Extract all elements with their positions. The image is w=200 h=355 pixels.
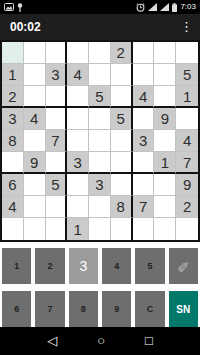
status-time: 7:03 — [180, 0, 196, 14]
sn-button[interactable]: SN — [169, 291, 198, 327]
cell-r7c8[interactable] — [154, 174, 176, 196]
key-8-button[interactable]: 8 — [69, 291, 98, 327]
cell-r9c8[interactable] — [154, 218, 176, 240]
sudoku-board: 213452541345987349317653948721 — [0, 40, 200, 242]
key-3-button[interactable]: 3 — [69, 248, 98, 284]
cell-r5c6[interactable] — [111, 130, 133, 152]
cell-r8c3[interactable] — [46, 196, 68, 218]
alarm-icon — [136, 3, 145, 12]
key-label: 8 — [81, 304, 86, 314]
back-icon[interactable]: ◁ — [47, 327, 57, 355]
cell-r5c7[interactable]: 3 — [133, 130, 155, 152]
cell-r3c8[interactable] — [154, 86, 176, 108]
cell-r1c8[interactable] — [154, 42, 176, 64]
cell-r3c3[interactable] — [46, 86, 68, 108]
cell-r1c2[interactable] — [24, 42, 46, 64]
cell-r1c1[interactable] — [2, 42, 24, 64]
cell-r6c6[interactable] — [111, 152, 133, 174]
cell-r5c1[interactable]: 8 — [2, 130, 24, 152]
cell-r4c1[interactable]: 3 — [2, 108, 24, 130]
cell-r3c7[interactable]: 4 — [133, 86, 155, 108]
cell-r7c7[interactable] — [133, 174, 155, 196]
cell-r9c3[interactable] — [46, 218, 68, 240]
cell-r6c1[interactable] — [2, 152, 24, 174]
cell-r3c1[interactable]: 2 — [2, 86, 24, 108]
cell-r6c5[interactable] — [89, 152, 111, 174]
key-label: 6 — [14, 304, 19, 314]
cell-r8c2[interactable] — [24, 196, 46, 218]
cell-r4c9[interactable] — [176, 108, 198, 130]
cell-r9c6[interactable] — [111, 218, 133, 240]
key-label: 7 — [47, 304, 52, 314]
key-label: 1 — [14, 261, 19, 271]
cell-r2c2[interactable] — [24, 64, 46, 86]
cell-r5c5[interactable] — [89, 130, 111, 152]
cell-r4c3[interactable] — [46, 108, 68, 130]
android-nav-bar: ◁ ○ □ — [0, 327, 200, 355]
cell-r5c8[interactable] — [154, 130, 176, 152]
game-timer: 00:02 — [10, 20, 41, 34]
cell-r2c9[interactable]: 5 — [176, 64, 198, 86]
key-label: C — [147, 304, 154, 314]
cell-r9c2[interactable] — [24, 218, 46, 240]
cell-r8c7[interactable]: 7 — [133, 196, 155, 218]
wifi-signal-icon — [148, 3, 157, 11]
key-label: 5 — [147, 261, 152, 271]
key-2-button[interactable]: 2 — [35, 248, 64, 284]
cell-r3c4[interactable] — [67, 86, 89, 108]
key-label: ✎ — [177, 257, 190, 275]
cell-r2c4[interactable]: 4 — [67, 64, 89, 86]
cell-r4c7[interactable] — [133, 108, 155, 130]
key-7-button[interactable]: 7 — [35, 291, 64, 327]
cell-r8c6[interactable]: 8 — [111, 196, 133, 218]
cell-r7c6[interactable] — [111, 174, 133, 196]
clear-button[interactable]: C — [135, 291, 164, 327]
number-keypad: 12345✎6789CSN — [0, 242, 200, 327]
cell-r5c9[interactable]: 4 — [176, 130, 198, 152]
cell-r2c7[interactable] — [133, 64, 155, 86]
cell-r5c2[interactable] — [24, 130, 46, 152]
cell-r7c1[interactable]: 6 — [2, 174, 24, 196]
action-bar: 00:02 ⋮ — [0, 14, 200, 40]
cell-r1c5[interactable] — [89, 42, 111, 64]
key-5-button[interactable]: 5 — [135, 248, 164, 284]
cell-r6c8[interactable]: 1 — [154, 152, 176, 174]
image-icon — [4, 3, 14, 11]
cell-r2c1[interactable]: 1 — [2, 64, 24, 86]
cell-r2c3[interactable]: 3 — [46, 64, 68, 86]
cell-r2c8[interactable] — [154, 64, 176, 86]
cell-r2c5[interactable] — [89, 64, 111, 86]
status-right-icons: 7:03 — [136, 0, 196, 14]
overflow-menu-icon[interactable]: ⋮ — [180, 14, 193, 40]
cell-r9c5[interactable] — [89, 218, 111, 240]
cell-r9c7[interactable] — [133, 218, 155, 240]
cell-r8c9[interactable]: 2 — [176, 196, 198, 218]
cell-r6c9[interactable]: 7 — [176, 152, 198, 174]
cell-r7c2[interactable] — [24, 174, 46, 196]
cell-r8c4[interactable] — [67, 196, 89, 218]
cell-r3c2[interactable] — [24, 86, 46, 108]
cell-r8c5[interactable] — [89, 196, 111, 218]
cell-r4c4[interactable] — [67, 108, 89, 130]
cell-r4c6[interactable]: 5 — [111, 108, 133, 130]
recents-icon[interactable]: □ — [145, 327, 153, 355]
cell-r5c3[interactable]: 7 — [46, 130, 68, 152]
cell-r9c4[interactable]: 1 — [67, 218, 89, 240]
pin-icon — [17, 3, 23, 12]
cell-r9c9[interactable] — [176, 218, 198, 240]
status-bar: 7:03 — [0, 0, 200, 14]
cell-r6c2[interactable]: 9 — [24, 152, 46, 174]
cell-r7c9[interactable]: 9 — [176, 174, 198, 196]
keypad-row: 12345✎ — [2, 248, 198, 284]
cell-r6c3[interactable] — [46, 152, 68, 174]
key-4-button[interactable]: 4 — [102, 248, 131, 284]
status-left-icons — [4, 3, 23, 12]
cell-r3c5[interactable]: 5 — [89, 86, 111, 108]
cell-r3c6[interactable] — [111, 86, 133, 108]
cell-r6c7[interactable] — [133, 152, 155, 174]
cell-r1c4[interactable] — [67, 42, 89, 64]
cell-r3c9[interactable]: 1 — [176, 86, 198, 108]
key-9-button[interactable]: 9 — [102, 291, 131, 327]
cell-r1c6[interactable]: 2 — [111, 42, 133, 64]
cell-signal-icon — [160, 3, 169, 11]
key-label: 9 — [114, 304, 119, 314]
cell-r8c1[interactable]: 4 — [2, 196, 24, 218]
cell-r4c8[interactable]: 9 — [154, 108, 176, 130]
cell-r8c8[interactable] — [154, 196, 176, 218]
battery-icon — [172, 3, 177, 12]
pencil-button[interactable]: ✎ — [169, 248, 198, 284]
key-label: SN — [176, 304, 190, 315]
cell-r5c4[interactable] — [67, 130, 89, 152]
cell-r7c4[interactable] — [67, 174, 89, 196]
cell-r4c2[interactable]: 4 — [24, 108, 46, 130]
cell-r1c7[interactable] — [133, 42, 155, 64]
key-label: 3 — [79, 258, 87, 274]
cell-r1c9[interactable] — [176, 42, 198, 64]
home-icon[interactable]: ○ — [97, 327, 105, 355]
key-label: 4 — [114, 261, 119, 271]
cell-r7c3[interactable]: 5 — [46, 174, 68, 196]
cell-r4c5[interactable] — [89, 108, 111, 130]
cell-r1c3[interactable] — [46, 42, 68, 64]
cell-r9c1[interactable] — [2, 218, 24, 240]
cell-r6c4[interactable]: 3 — [67, 152, 89, 174]
key-label: 2 — [47, 261, 52, 271]
cell-r2c6[interactable] — [111, 64, 133, 86]
key-6-button[interactable]: 6 — [2, 291, 31, 327]
keypad-row: 6789CSN — [2, 291, 198, 327]
cell-r7c5[interactable]: 3 — [89, 174, 111, 196]
key-1-button[interactable]: 1 — [2, 248, 31, 284]
